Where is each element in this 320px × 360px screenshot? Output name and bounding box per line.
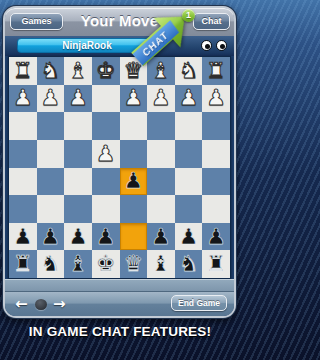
square-b3[interactable] — [175, 112, 203, 140]
nav-bar: Games Your Move Chat 1 — [5, 8, 234, 36]
square-f1[interactable]: ♝ — [64, 57, 92, 85]
piece-black-king: ♚ — [96, 253, 116, 275]
square-d8[interactable]: ♛ — [120, 250, 148, 278]
square-e3[interactable] — [92, 112, 120, 140]
piece-black-rook: ♜ — [206, 253, 226, 275]
square-b5[interactable] — [175, 168, 203, 196]
square-h5[interactable] — [9, 168, 37, 196]
piece-white-pawn: ♟ — [96, 143, 116, 165]
player-bar: NinjaRook — [5, 36, 234, 56]
square-h1[interactable]: ♜ — [9, 57, 37, 85]
eye-left-icon — [201, 40, 212, 51]
square-b1[interactable]: ♞ — [175, 57, 203, 85]
square-c6[interactable] — [147, 195, 175, 223]
square-a8[interactable]: ♜ — [202, 250, 230, 278]
piece-black-rook: ♜ — [13, 253, 33, 275]
piece-black-pawn: ♟ — [123, 170, 143, 192]
page-dot-icon — [35, 299, 47, 310]
piece-black-queen: ♛ — [123, 253, 143, 275]
square-c3[interactable] — [147, 112, 175, 140]
piece-white-pawn: ♟ — [13, 87, 33, 109]
square-a3[interactable] — [202, 112, 230, 140]
square-h8[interactable]: ♜ — [9, 250, 37, 278]
square-h3[interactable] — [9, 112, 37, 140]
piece-black-pawn: ♟ — [179, 226, 199, 248]
square-f5[interactable] — [64, 168, 92, 196]
square-f3[interactable] — [64, 112, 92, 140]
square-g1[interactable]: ♞ — [37, 57, 65, 85]
piece-white-pawn: ♟ — [206, 87, 226, 109]
piece-white-pawn: ♟ — [151, 87, 171, 109]
end-game-button[interactable]: End Game — [171, 295, 227, 311]
piece-white-rook: ♜ — [13, 60, 33, 82]
square-a6[interactable] — [202, 195, 230, 223]
games-button[interactable]: Games — [10, 13, 63, 30]
square-e8[interactable]: ♚ — [92, 250, 120, 278]
square-e1[interactable]: ♚ — [92, 57, 120, 85]
square-f2[interactable]: ♟ — [64, 85, 92, 113]
square-a7[interactable]: ♟ — [202, 223, 230, 251]
square-b4[interactable] — [175, 140, 203, 168]
square-g7[interactable]: ♟ — [37, 223, 65, 251]
piece-white-pawn: ♟ — [68, 87, 88, 109]
piece-black-pawn: ♟ — [41, 226, 61, 248]
square-e7[interactable]: ♟ — [92, 223, 120, 251]
piece-white-knight: ♞ — [179, 60, 199, 82]
square-e4[interactable]: ♟ — [92, 140, 120, 168]
piece-white-pawn: ♟ — [179, 87, 199, 109]
square-b6[interactable] — [175, 195, 203, 223]
square-g4[interactable] — [37, 140, 65, 168]
googly-eyes-icon — [201, 40, 227, 52]
square-f6[interactable] — [64, 195, 92, 223]
square-h2[interactable]: ♟ — [9, 85, 37, 113]
piece-white-pawn: ♟ — [41, 87, 61, 109]
square-d6[interactable] — [120, 195, 148, 223]
square-f7[interactable]: ♟ — [64, 223, 92, 251]
next-move-button[interactable]: → — [53, 295, 66, 313]
piece-white-pawn: ♟ — [123, 87, 143, 109]
square-g8[interactable]: ♞ — [37, 250, 65, 278]
prev-move-button[interactable]: ← — [15, 295, 28, 313]
piece-black-knight: ♞ — [179, 253, 199, 275]
square-b2[interactable]: ♟ — [175, 85, 203, 113]
square-d4[interactable] — [120, 140, 148, 168]
chat-badge: 1 — [182, 9, 195, 22]
square-d2[interactable]: ♟ — [120, 85, 148, 113]
square-a1[interactable]: ♜ — [202, 57, 230, 85]
square-e5[interactable] — [92, 168, 120, 196]
bottom-toolbar: ← → End Game — [5, 291, 234, 316]
square-e6[interactable] — [92, 195, 120, 223]
piece-white-bishop: ♝ — [68, 60, 88, 82]
piece-black-pawn: ♟ — [151, 226, 171, 248]
piece-black-pawn: ♟ — [96, 226, 116, 248]
square-b7[interactable]: ♟ — [175, 223, 203, 251]
square-c4[interactable] — [147, 140, 175, 168]
promo-caption: IN GAME CHAT FEATURES! — [0, 324, 240, 339]
square-a4[interactable] — [202, 140, 230, 168]
square-c7[interactable]: ♟ — [147, 223, 175, 251]
piece-black-pawn: ♟ — [68, 226, 88, 248]
chat-tray — [5, 279, 234, 291]
square-e2[interactable] — [92, 85, 120, 113]
square-g6[interactable] — [37, 195, 65, 223]
square-h6[interactable] — [9, 195, 37, 223]
app-panel: Games Your Move Chat 1 NinjaRook CHAT ♜♞… — [3, 6, 236, 318]
piece-white-knight: ♞ — [41, 60, 61, 82]
eye-right-icon — [216, 40, 227, 51]
piece-black-pawn: ♟ — [13, 226, 33, 248]
square-d5[interactable]: ♟ — [120, 168, 148, 196]
square-a5[interactable] — [202, 168, 230, 196]
square-g3[interactable] — [37, 112, 65, 140]
square-d3[interactable] — [120, 112, 148, 140]
square-f8[interactable]: ♝ — [64, 250, 92, 278]
square-h4[interactable] — [9, 140, 37, 168]
square-c8[interactable]: ♝ — [147, 250, 175, 278]
square-a2[interactable]: ♟ — [202, 85, 230, 113]
square-d7[interactable] — [120, 223, 148, 251]
square-g5[interactable] — [37, 168, 65, 196]
piece-black-knight: ♞ — [41, 253, 61, 275]
piece-black-bishop: ♝ — [151, 253, 171, 275]
chat-button[interactable]: Chat — [193, 13, 230, 30]
square-f4[interactable] — [64, 140, 92, 168]
piece-black-bishop: ♝ — [68, 253, 88, 275]
square-c2[interactable]: ♟ — [147, 85, 175, 113]
piece-white-rook: ♜ — [206, 60, 226, 82]
square-h7[interactable]: ♟ — [9, 223, 37, 251]
square-b8[interactable]: ♞ — [175, 250, 203, 278]
square-g2[interactable]: ♟ — [37, 85, 65, 113]
piece-white-king: ♚ — [96, 60, 116, 82]
piece-black-pawn: ♟ — [206, 226, 226, 248]
chess-board: ♜♞♝♚♛♝♞♜♟♟♟♟♟♟♟♟♟♟♟♟♟♟♟♟♜♞♝♚♛♝♞♜ — [8, 56, 231, 279]
square-c5[interactable] — [147, 168, 175, 196]
